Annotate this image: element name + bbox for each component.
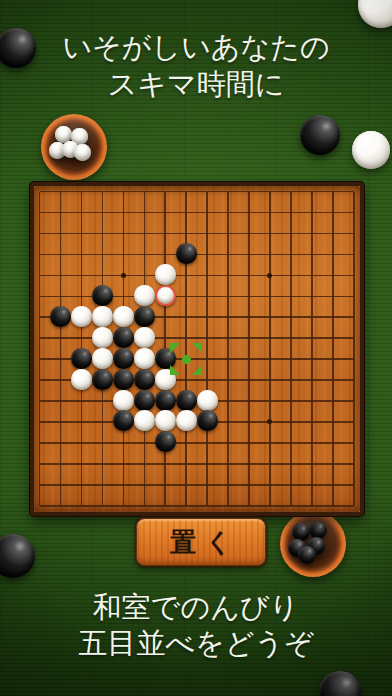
black-stone — [92, 285, 113, 306]
cursor-corner-tl — [170, 343, 180, 353]
tagline-bottom: 和室でのんびり 五目並べをどうぞ — [0, 589, 392, 661]
cursor-dot — [182, 355, 191, 364]
grid-line-horizontal — [40, 505, 354, 507]
grid-line-horizontal — [40, 191, 354, 193]
grid-line-horizontal — [40, 296, 354, 298]
black-stone — [71, 348, 92, 369]
black-stone — [50, 306, 71, 327]
black-stone — [155, 431, 176, 452]
white-stone — [134, 348, 155, 369]
white-stone — [113, 306, 134, 327]
black-stone — [155, 390, 176, 411]
white-stone — [92, 327, 113, 348]
grid-line-vertical — [269, 192, 271, 506]
star-point — [267, 273, 272, 278]
bowl-black-stone — [298, 546, 316, 564]
grid-line-vertical — [227, 192, 229, 506]
tagline-bottom-line2: 五目並べをどうぞ — [0, 625, 392, 661]
tagline-top-line1: いそがしいあなたの — [0, 29, 392, 66]
grid-line-vertical — [290, 192, 292, 506]
grid-line-horizontal — [40, 442, 354, 444]
star-point — [121, 273, 126, 278]
star-point — [267, 419, 272, 424]
decor-black-stone-right — [300, 115, 340, 155]
grid-line-horizontal — [40, 484, 354, 486]
grid-line-horizontal — [40, 337, 354, 339]
black-stone — [176, 243, 197, 264]
white-stone — [176, 410, 197, 431]
white-stone — [134, 327, 155, 348]
black-stone — [92, 369, 113, 390]
white-stone — [155, 410, 176, 431]
black-stone — [197, 410, 218, 431]
white-stone — [197, 390, 218, 411]
black-stone — [134, 306, 155, 327]
move-cursor[interactable] — [170, 343, 202, 375]
black-stone — [113, 410, 134, 431]
board-grid — [40, 192, 355, 507]
grid-line-vertical — [332, 192, 334, 506]
grid-line-horizontal — [40, 275, 354, 277]
black-stone — [176, 390, 197, 411]
white-stone — [155, 264, 176, 285]
white-stone — [71, 369, 92, 390]
place-stone-button[interactable]: 置く — [136, 518, 266, 566]
grid-line-horizontal — [40, 463, 354, 465]
grid-line-vertical — [39, 192, 41, 506]
app-screen: いそがしいあなたの スキマ時間に 置く 和室でのんびり 五目並べをどうぞ — [0, 0, 392, 696]
cursor-corner-br — [192, 365, 202, 375]
grid-line-horizontal — [40, 212, 354, 214]
black-stone — [113, 348, 134, 369]
white-stone — [134, 410, 155, 431]
black-stone — [134, 369, 155, 390]
cursor-corner-bl — [170, 365, 180, 375]
white-stone — [92, 348, 113, 369]
white-stone-bowl — [41, 114, 107, 180]
grid-line-vertical — [311, 192, 313, 506]
bowl-white-stone — [74, 144, 91, 161]
grid-line-vertical — [206, 192, 208, 506]
white-stone — [134, 285, 155, 306]
black-stone — [113, 369, 134, 390]
white-stone — [113, 390, 134, 411]
black-stone — [113, 327, 134, 348]
last-move-stone — [155, 285, 176, 306]
grid-line-vertical — [60, 192, 62, 506]
grid-line-vertical — [248, 192, 250, 506]
decor-white-stone-right — [352, 131, 390, 169]
black-stone-bowl — [280, 511, 346, 577]
grid-line-vertical — [353, 192, 355, 506]
grid-line-horizontal — [40, 233, 354, 235]
white-stone — [92, 306, 113, 327]
tagline-top-line2: スキマ時間に — [0, 66, 392, 103]
black-stone — [134, 390, 155, 411]
tagline-bottom-line1: 和室でのんびり — [0, 589, 392, 625]
tagline-top: いそがしいあなたの スキマ時間に — [0, 29, 392, 103]
white-stone — [71, 306, 92, 327]
cursor-corner-tr — [192, 343, 202, 353]
grid-line-horizontal — [40, 254, 354, 256]
goban-board[interactable] — [30, 182, 364, 516]
